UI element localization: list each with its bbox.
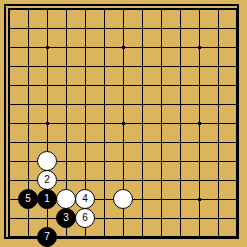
grid-line-vertical	[218, 9, 219, 238]
move-number: 4	[82, 194, 88, 204]
stone-white-unnumbered[interactable]	[113, 189, 133, 209]
move-number: 1	[44, 194, 50, 204]
stone-white-move-6[interactable]: 6	[75, 208, 95, 228]
move-number: 5	[25, 194, 31, 204]
star-point	[198, 122, 201, 125]
go-diagram: 2514367	[0, 0, 247, 247]
grid-line-vertical	[161, 9, 162, 238]
stone-white-move-2[interactable]: 2	[37, 170, 57, 190]
move-number: 3	[63, 213, 69, 223]
star-point	[198, 198, 201, 201]
star-point	[122, 46, 125, 49]
star-point	[46, 46, 49, 49]
stone-black-move-1[interactable]: 1	[37, 189, 57, 209]
move-number: 7	[44, 232, 50, 242]
stone-white-move-4[interactable]: 4	[75, 189, 95, 209]
star-point	[122, 122, 125, 125]
grid-line-horizontal	[9, 142, 238, 143]
grid-line-vertical	[180, 9, 181, 238]
star-point	[198, 46, 201, 49]
stone-white-unnumbered[interactable]	[37, 151, 57, 171]
stone-black-move-3[interactable]: 3	[56, 208, 76, 228]
move-number: 6	[82, 213, 88, 223]
move-number: 2	[44, 175, 50, 185]
stone-black-move-5[interactable]: 5	[18, 189, 38, 209]
grid-line-vertical	[142, 9, 143, 238]
stone-black-move-7[interactable]: 7	[37, 227, 57, 247]
grid-line-horizontal	[9, 218, 238, 219]
star-point	[46, 122, 49, 125]
stone-white-unnumbered[interactable]	[56, 189, 76, 209]
